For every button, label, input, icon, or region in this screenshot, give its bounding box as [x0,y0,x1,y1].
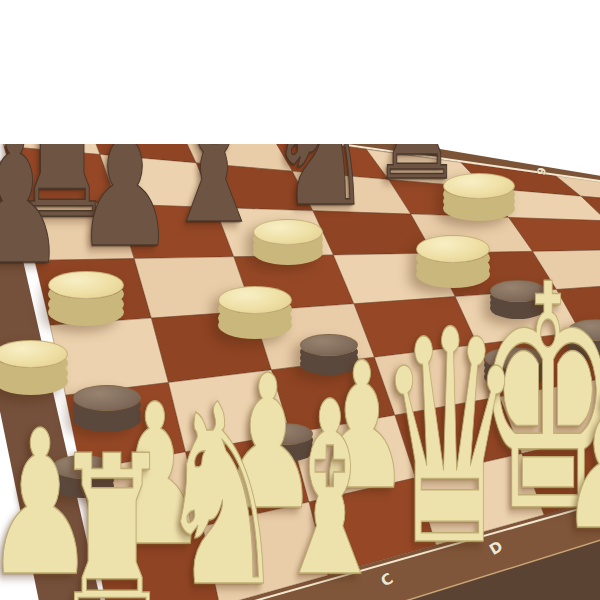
checker-brown-checker-c3 [257,423,313,445]
checker-brown-checker-b3 [73,385,141,411]
photo-crop-white-area [0,0,600,144]
checker-cream-checker-a5 [48,271,124,299]
checker-brown-checker-b2 [52,455,114,479]
board-photo-stage: CDE6 ♟♜♟♝♞♜♟♜♟♞♟♝♟♛♚♟ [0,0,600,600]
square-a4 [50,318,168,395]
checker-brown-checker-f4 [484,347,544,369]
checker-brown-checker-f5 [490,280,546,302]
checker-cream-checker-c5 [218,286,292,314]
square-a6 [19,201,134,261]
checker-cream-checker-d6 [253,219,323,245]
checker-cream-checker-e5 [416,235,490,263]
checker-cream-checker-e7 [443,173,515,199]
square-b6 [117,204,234,259]
checker-brown-checker-d4 [300,334,358,356]
